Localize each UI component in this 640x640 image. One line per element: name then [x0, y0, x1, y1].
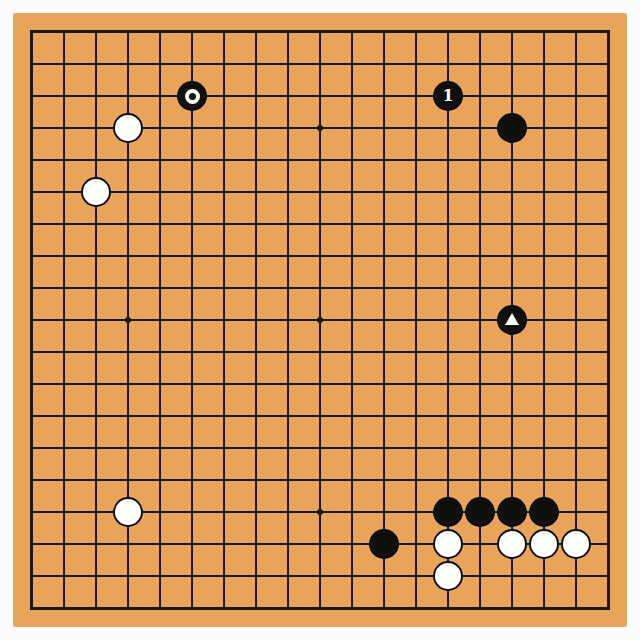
grid-line-horizontal	[31, 447, 609, 449]
grid-line-vertical	[575, 31, 577, 609]
grid-line-horizontal	[31, 479, 609, 481]
stone-black-o4[interactable]	[433, 497, 463, 527]
star-point	[317, 509, 323, 515]
move-number-label: 1	[442, 88, 453, 104]
stone-black-q16[interactable]	[497, 113, 527, 143]
grid-line-vertical	[383, 31, 385, 609]
stone-white-o2[interactable]	[433, 561, 463, 591]
stone-black-q4[interactable]	[497, 497, 527, 527]
stone-black-q10[interactable]	[497, 305, 527, 335]
grid-line-horizontal	[31, 351, 609, 353]
triangle-marker-icon	[505, 313, 519, 325]
stone-white-c14[interactable]	[81, 177, 111, 207]
grid-line-horizontal	[31, 383, 609, 385]
stone-black-m3[interactable]	[369, 529, 399, 559]
grid-line-vertical	[351, 31, 353, 609]
stone-black-r4[interactable]	[529, 497, 559, 527]
grid-line-horizontal	[31, 575, 609, 577]
go-board[interactable]: 1	[13, 13, 627, 627]
page-background: 1	[0, 0, 640, 640]
stone-black-o17[interactable]: 1	[433, 81, 463, 111]
star-point	[125, 317, 131, 323]
grid-line-horizontal	[31, 415, 609, 417]
stone-white-d16[interactable]	[113, 113, 143, 143]
star-point	[317, 125, 323, 131]
stone-white-o3[interactable]	[433, 529, 463, 559]
stone-white-r3[interactable]	[529, 529, 559, 559]
stone-white-q3[interactable]	[497, 529, 527, 559]
grid-line-vertical	[415, 31, 417, 609]
stone-white-d4[interactable]	[113, 497, 143, 527]
stone-black-p4[interactable]	[465, 497, 495, 527]
stone-white-s3[interactable]	[561, 529, 591, 559]
circle-marker-icon	[185, 89, 200, 104]
star-point	[317, 317, 323, 323]
stone-black-f17[interactable]	[177, 81, 207, 111]
